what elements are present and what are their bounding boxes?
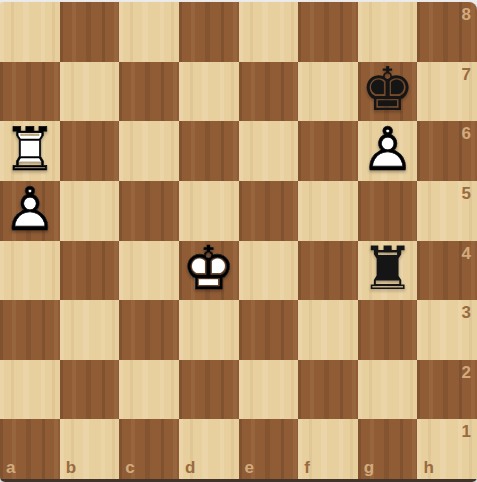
- square-h2[interactable]: 2: [417, 360, 477, 420]
- square-b8[interactable]: [60, 2, 120, 62]
- piece-outline-layer: ♙: [0, 181, 60, 238]
- square-e3[interactable]: [239, 300, 299, 360]
- square-b4[interactable]: [60, 241, 120, 301]
- square-a7[interactable]: [0, 62, 60, 122]
- file-label-c: c: [125, 459, 134, 476]
- square-a3[interactable]: [0, 300, 60, 360]
- board-container: 8♚7♜♖♟♙6♟♙5♚♔♜432abcdefg1h: [0, 2, 477, 482]
- square-g6[interactable]: ♟♙: [358, 121, 418, 181]
- square-a2[interactable]: [0, 360, 60, 420]
- black-rook-piece[interactable]: ♜: [358, 241, 418, 301]
- rank-label-2: 2: [462, 364, 471, 381]
- square-f1[interactable]: f: [298, 419, 358, 479]
- piece-outline-layer: ♔: [179, 241, 239, 298]
- file-label-d: d: [185, 459, 195, 476]
- rank-label-1: 1: [462, 423, 471, 440]
- file-label-g: g: [364, 459, 374, 476]
- square-b2[interactable]: [60, 360, 120, 420]
- square-a5[interactable]: ♟♙: [0, 181, 60, 241]
- square-h4[interactable]: 4: [417, 241, 477, 301]
- rank-label-7: 7: [462, 66, 471, 83]
- square-g7[interactable]: ♚: [358, 62, 418, 122]
- square-d6[interactable]: [179, 121, 239, 181]
- rank-label-8: 8: [462, 6, 471, 23]
- file-label-a: a: [6, 459, 15, 476]
- rank-label-3: 3: [462, 304, 471, 321]
- square-c8[interactable]: [119, 2, 179, 62]
- white-pawn-piece[interactable]: ♟♙: [358, 121, 418, 181]
- page: 8♚7♜♖♟♙6♟♙5♚♔♜432abcdefg1h: [0, 0, 477, 482]
- black-king-piece[interactable]: ♚: [358, 62, 418, 122]
- square-e7[interactable]: [239, 62, 299, 122]
- square-f4[interactable]: [298, 241, 358, 301]
- square-d1[interactable]: d: [179, 419, 239, 479]
- square-h8[interactable]: 8: [417, 2, 477, 62]
- square-d2[interactable]: [179, 360, 239, 420]
- square-e8[interactable]: [239, 2, 299, 62]
- white-king-piece[interactable]: ♚♔: [179, 241, 239, 301]
- square-g3[interactable]: [358, 300, 418, 360]
- file-label-h: h: [423, 459, 433, 476]
- square-g4[interactable]: ♜: [358, 241, 418, 301]
- square-b3[interactable]: [60, 300, 120, 360]
- square-h6[interactable]: 6: [417, 121, 477, 181]
- chess-board: 8♚7♜♖♟♙6♟♙5♚♔♜432abcdefg1h: [0, 2, 477, 479]
- square-d3[interactable]: [179, 300, 239, 360]
- square-b6[interactable]: [60, 121, 120, 181]
- square-h3[interactable]: 3: [417, 300, 477, 360]
- square-c6[interactable]: [119, 121, 179, 181]
- square-f5[interactable]: [298, 181, 358, 241]
- square-g2[interactable]: [358, 360, 418, 420]
- white-rook-piece[interactable]: ♜♖: [0, 121, 60, 181]
- square-g8[interactable]: [358, 2, 418, 62]
- square-e2[interactable]: [239, 360, 299, 420]
- rank-label-4: 4: [462, 245, 471, 262]
- square-c2[interactable]: [119, 360, 179, 420]
- piece-outline-layer: ♖: [0, 121, 60, 178]
- square-c3[interactable]: [119, 300, 179, 360]
- square-b7[interactable]: [60, 62, 120, 122]
- square-h7[interactable]: 7: [417, 62, 477, 122]
- square-h1[interactable]: 1h: [417, 419, 477, 479]
- square-a6[interactable]: ♜♖: [0, 121, 60, 181]
- piece-fill-layer: ♜: [358, 241, 418, 298]
- square-f2[interactable]: [298, 360, 358, 420]
- piece-outline-layer: ♙: [358, 121, 418, 178]
- piece-fill-layer: ♚: [358, 62, 418, 119]
- square-d4[interactable]: ♚♔: [179, 241, 239, 301]
- square-h5[interactable]: 5: [417, 181, 477, 241]
- square-c4[interactable]: [119, 241, 179, 301]
- file-label-b: b: [66, 459, 76, 476]
- square-f8[interactable]: [298, 2, 358, 62]
- square-g1[interactable]: g: [358, 419, 418, 479]
- rank-label-5: 5: [462, 185, 471, 202]
- square-a4[interactable]: [0, 241, 60, 301]
- square-e4[interactable]: [239, 241, 299, 301]
- file-label-f: f: [304, 459, 310, 476]
- square-c5[interactable]: [119, 181, 179, 241]
- square-f3[interactable]: [298, 300, 358, 360]
- file-label-e: e: [245, 459, 254, 476]
- square-c7[interactable]: [119, 62, 179, 122]
- square-e1[interactable]: e: [239, 419, 299, 479]
- square-e5[interactable]: [239, 181, 299, 241]
- square-c1[interactable]: c: [119, 419, 179, 479]
- square-a8[interactable]: [0, 2, 60, 62]
- rank-label-6: 6: [462, 125, 471, 142]
- square-f6[interactable]: [298, 121, 358, 181]
- square-e6[interactable]: [239, 121, 299, 181]
- square-d7[interactable]: [179, 62, 239, 122]
- white-pawn-piece[interactable]: ♟♙: [0, 181, 60, 241]
- square-d5[interactable]: [179, 181, 239, 241]
- square-g5[interactable]: [358, 181, 418, 241]
- square-b1[interactable]: b: [60, 419, 120, 479]
- square-f7[interactable]: [298, 62, 358, 122]
- square-a1[interactable]: a: [0, 419, 60, 479]
- square-d8[interactable]: [179, 2, 239, 62]
- square-b5[interactable]: [60, 181, 120, 241]
